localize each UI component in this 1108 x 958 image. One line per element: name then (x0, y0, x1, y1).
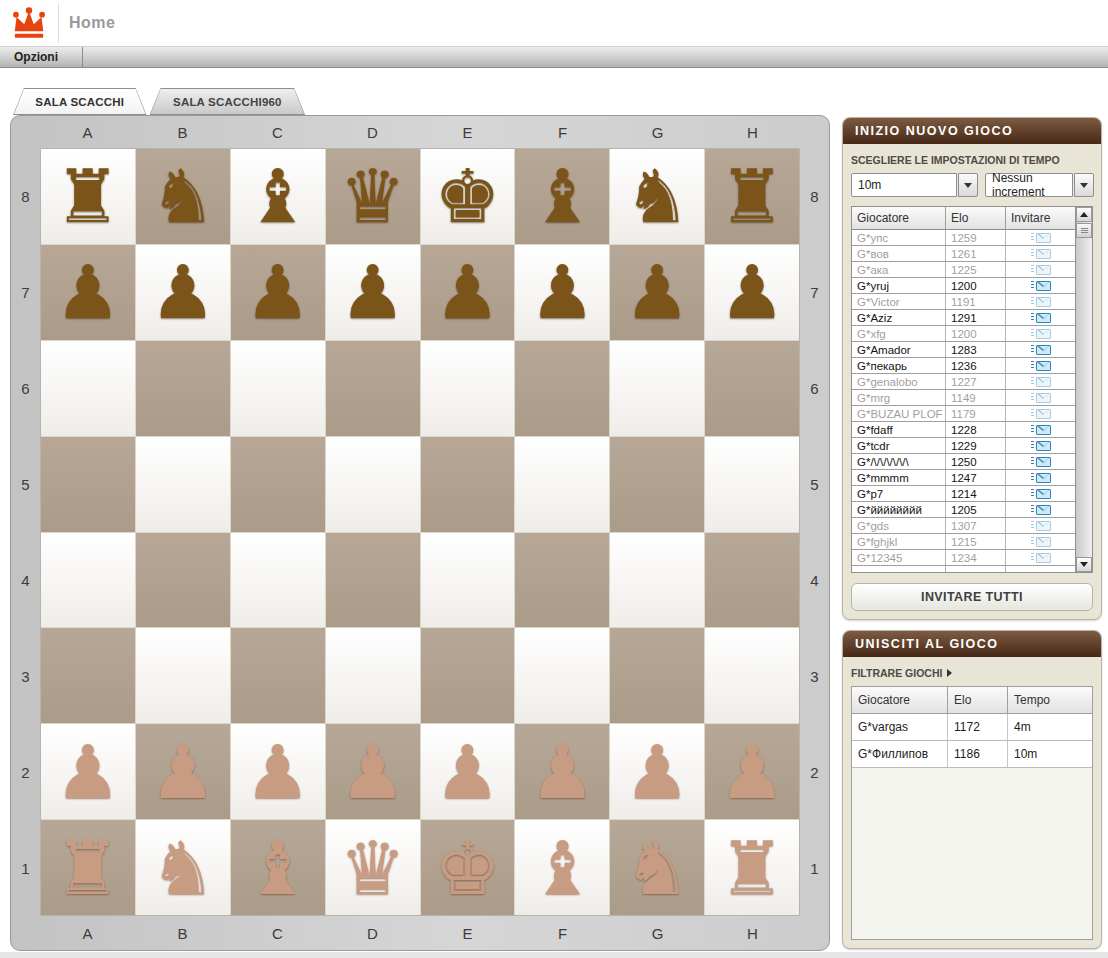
square-a2[interactable]: ♟ (41, 724, 135, 819)
piece-black-pawn: ♟ (624, 255, 690, 329)
scroll-up-button[interactable] (1076, 207, 1092, 222)
player-name: G*Victor (852, 294, 946, 309)
file-label-c: C (230, 124, 325, 141)
mail-lines-icon (1031, 473, 1034, 482)
envelope-icon (1036, 441, 1051, 451)
mail-lines-icon (1031, 377, 1034, 386)
chess-board-frame: ABCDEFGH 87654321 ♜♞♝♛♚♝♞♜♟♟♟♟♟♟♟♟♟♟♟♟♟♟… (10, 115, 830, 951)
invite-mail-icon[interactable] (1031, 473, 1051, 483)
player-elo: 1200 (946, 278, 1006, 293)
chess-board: ♜♞♝♛♚♝♞♜♟♟♟♟♟♟♟♟♟♟♟♟♟♟♟♟♜♞♝♛♚♝♞♜ (40, 148, 800, 916)
invite-mail-icon (1031, 297, 1051, 307)
piece-white-pawn: ♟ (55, 735, 121, 809)
new-game-panel: INIZIO NUOVO GIOCO SCEGLIERE LE IMPOSTAZ… (842, 117, 1102, 620)
piece-black-bishop: ♝ (529, 159, 595, 233)
square-f4[interactable] (515, 533, 609, 628)
player-elo: 1191 (946, 294, 1006, 309)
player-name: G*йййййййй (852, 502, 946, 517)
player-row[interactable]: G*xfg1200 (852, 326, 1092, 342)
square-d6[interactable] (326, 341, 420, 436)
player-elo: 1179 (946, 406, 1006, 421)
right-column: INIZIO NUOVO GIOCO SCEGLIERE LE IMPOSTAZ… (842, 117, 1102, 949)
square-g1[interactable]: ♞ (610, 820, 704, 915)
mail-lines-icon (1031, 441, 1034, 450)
player-invite-cell (1006, 246, 1076, 261)
player-invite-cell (1006, 278, 1076, 293)
player-elo: 1227 (946, 374, 1006, 389)
envelope-icon (1036, 281, 1051, 291)
mail-lines-icon (1031, 409, 1034, 418)
player-elo: 1229 (946, 438, 1006, 453)
piece-black-pawn: ♟ (245, 255, 311, 329)
square-f2[interactable]: ♟ (515, 724, 609, 819)
square-h4[interactable] (705, 533, 799, 628)
scroll-down-button[interactable] (1076, 557, 1092, 572)
player-row[interactable]: G*tcdr1229 (852, 438, 1092, 454)
player-name: G*mmmm (852, 470, 946, 485)
arrow-down-icon (1080, 562, 1088, 567)
square-f8[interactable]: ♝ (515, 149, 609, 244)
piece-white-knight: ♞ (624, 831, 690, 905)
piece-black-bishop: ♝ (245, 159, 311, 233)
square-b6[interactable] (136, 341, 230, 436)
mail-lines-icon (1031, 425, 1034, 434)
player-elo: 1225 (946, 262, 1006, 277)
invite-mail-icon[interactable] (1031, 313, 1051, 323)
piece-white-knight: ♞ (150, 831, 216, 905)
scroll-thumb[interactable] (1076, 223, 1092, 238)
player-elo: 1149 (946, 390, 1006, 405)
square-c6[interactable] (231, 341, 325, 436)
piece-black-rook: ♜ (719, 159, 785, 233)
invite-all-button[interactable]: INVITARE TUTTI (851, 583, 1093, 611)
players-listbox: GiocatoreEloInvitare G*упс1259G*вов1261G… (851, 206, 1093, 573)
game-host-name: G*vargas (852, 714, 948, 740)
game-tempo: 4m (1008, 714, 1092, 740)
mail-lines-icon (1031, 521, 1034, 530)
square-b2[interactable]: ♟ (136, 724, 230, 819)
mail-lines-icon (1031, 393, 1034, 402)
game-row[interactable]: G*Филлипов118610m (852, 741, 1092, 768)
envelope-icon (1036, 233, 1051, 243)
player-row[interactable]: G*gds1307 (852, 518, 1092, 534)
rank-labels-left: 87654321 (11, 148, 40, 916)
square-b5[interactable] (136, 437, 230, 532)
player-row[interactable]: G*genalobo1227 (852, 374, 1092, 390)
player-name: G*gds (852, 518, 946, 533)
file-label-e: E (420, 925, 515, 942)
mail-lines-icon (1031, 297, 1034, 306)
player-elo: 1291 (946, 310, 1006, 325)
player-row[interactable]: G*p71214 (852, 486, 1092, 502)
file-label-f: F (515, 925, 610, 942)
menu-separator (82, 47, 83, 67)
tab-sala-scacchi[interactable]: SALA SCACCHI (13, 88, 147, 115)
player-row[interactable]: G*пекарь1236 (852, 358, 1092, 374)
square-e4[interactable] (421, 533, 515, 628)
square-h1[interactable]: ♜ (705, 820, 799, 915)
player-elo: 1214 (946, 486, 1006, 501)
envelope-icon (1036, 265, 1051, 275)
rank-label-1: 1 (11, 860, 40, 877)
player-row[interactable] (852, 566, 1092, 572)
player-invite-cell (1006, 374, 1076, 389)
rank-label-5: 5 (11, 476, 40, 493)
file-label-d: D (325, 925, 420, 942)
player-invite-cell (1006, 230, 1076, 245)
mail-lines-icon (1031, 281, 1034, 290)
envelope-icon (1036, 425, 1051, 435)
mail-lines-icon (1031, 313, 1034, 322)
increment-select-arrow[interactable] (1074, 173, 1094, 197)
rank-label-3: 3 (11, 668, 40, 685)
invite-mail-icon (1031, 265, 1051, 275)
square-d4[interactable] (326, 533, 420, 628)
square-g4[interactable] (610, 533, 704, 628)
rank-label-6: 6 (11, 380, 40, 397)
join-game-panel: UNISCITI AL GIOCO FILTRARE GIOCHI Giocat… (842, 630, 1102, 949)
mail-lines-icon (1031, 265, 1034, 274)
envelope-icon (1036, 473, 1051, 483)
player-row[interactable]: G*fdaff1228 (852, 422, 1092, 438)
mail-lines-icon (1031, 249, 1034, 258)
square-h7[interactable]: ♟ (705, 245, 799, 340)
square-f6[interactable] (515, 341, 609, 436)
square-a1[interactable]: ♜ (41, 820, 135, 915)
piece-white-pawn: ♟ (339, 735, 405, 809)
arrow-up-icon (1080, 212, 1088, 217)
player-row[interactable]: G*123451234 (852, 550, 1092, 566)
square-d7[interactable]: ♟ (326, 245, 420, 340)
tab-label: SALA SCACCHI (14, 89, 146, 114)
piece-white-pawn: ♟ (434, 735, 500, 809)
time-selects: 10m Nessun increment (851, 173, 1093, 197)
chevron-down-icon (1080, 183, 1088, 188)
piece-white-king: ♚ (434, 831, 500, 905)
new-game-panel-body: SCEGLIERE LE IMPOSTAZIONI DI TEMPO 10m N… (843, 144, 1101, 619)
piece-white-bishop: ♝ (529, 831, 595, 905)
envelope-icon (1036, 457, 1051, 467)
file-label-b: B (135, 124, 230, 141)
square-e6[interactable] (421, 341, 515, 436)
player-elo: 1261 (946, 246, 1006, 261)
square-c7[interactable]: ♟ (231, 245, 325, 340)
players-header-elo: Elo (946, 207, 1006, 229)
player-row[interactable]: G*Aziz1291 (852, 310, 1092, 326)
menu-bar: Opzioni (0, 46, 1108, 68)
square-b4[interactable] (136, 533, 230, 628)
invite-mail-icon (1031, 329, 1051, 339)
thumb-grip-icon (1081, 228, 1088, 233)
piece-white-rook: ♜ (55, 831, 121, 905)
square-e8[interactable]: ♚ (421, 149, 515, 244)
player-name: G*xfg (852, 326, 946, 341)
player-name: G*/\/\/\/\/\/\ (852, 454, 946, 469)
player-invite-cell (1006, 454, 1076, 469)
piece-white-pawn: ♟ (529, 735, 595, 809)
rank-label-2: 2 (11, 764, 40, 781)
players-header-invitare: Invitare (1006, 207, 1077, 229)
invite-mail-icon[interactable] (1031, 425, 1051, 435)
player-invite-cell (1006, 358, 1076, 373)
square-f5[interactable] (515, 437, 609, 532)
rank-label-5: 5 (800, 476, 829, 493)
envelope-icon (1036, 377, 1051, 387)
player-invite-cell (1006, 518, 1076, 533)
square-a6[interactable] (41, 341, 135, 436)
player-row[interactable]: G*Amador1283 (852, 342, 1092, 358)
join-game-panel-title: UNISCITI AL GIOCO (843, 631, 1101, 657)
game-host-name: G*Филлипов (852, 741, 948, 767)
player-invite-cell (1006, 502, 1076, 517)
player-elo: 1234 (946, 550, 1006, 565)
player-name: G*Aziz (852, 310, 946, 325)
player-elo: 1247 (946, 470, 1006, 485)
rank-label-3: 3 (800, 668, 829, 685)
piece-black-knight: ♞ (150, 159, 216, 233)
chevron-down-icon (964, 183, 972, 188)
square-h2[interactable]: ♟ (705, 724, 799, 819)
game-row[interactable]: G*vargas11724m (852, 714, 1092, 741)
players-scrollbar[interactable] (1075, 207, 1092, 572)
player-row[interactable]: G*yruj1200 (852, 278, 1092, 294)
player-elo: 1307 (946, 518, 1006, 533)
square-b1[interactable]: ♞ (136, 820, 230, 915)
player-row[interactable]: G*йййййййй1205 (852, 502, 1092, 518)
square-f7[interactable]: ♟ (515, 245, 609, 340)
player-name: G*mrg (852, 390, 946, 405)
player-invite-cell (1006, 534, 1076, 549)
invite-mail-icon[interactable] (1031, 345, 1051, 355)
rank-label-6: 6 (800, 380, 829, 397)
envelope-icon (1036, 537, 1051, 547)
invite-mail-icon[interactable] (1031, 281, 1051, 291)
player-elo: 1200 (946, 326, 1006, 341)
file-label-g: G (610, 124, 705, 141)
top-bar: Home (0, 0, 1108, 46)
piece-black-queen: ♛ (339, 159, 405, 233)
player-name: G*BUZAU PLOF (852, 406, 946, 421)
games-table-rows: G*vargas11724mG*Филлипов118610m (852, 714, 1092, 768)
square-a4[interactable] (41, 533, 135, 628)
player-name: G*Amador (852, 342, 946, 357)
envelope-icon (1036, 329, 1051, 339)
player-invite-cell (1006, 486, 1076, 501)
player-row[interactable]: G*mrg1149 (852, 390, 1092, 406)
square-d3[interactable] (326, 628, 420, 723)
piece-white-rook: ♜ (719, 831, 785, 905)
player-row[interactable]: G*BUZAU PLOF1179 (852, 406, 1092, 422)
player-name: G*пекарь (852, 358, 946, 373)
piece-white-bishop: ♝ (245, 831, 311, 905)
mail-lines-icon (1031, 489, 1034, 498)
square-h3[interactable] (705, 628, 799, 723)
invite-mail-icon[interactable] (1031, 361, 1051, 371)
games-listbox: GiocatoreEloTempo G*vargas11724mG*Филлип… (851, 686, 1093, 940)
square-e5[interactable] (421, 437, 515, 532)
game-host-elo: 1172 (948, 714, 1008, 740)
player-invite-cell (1006, 470, 1076, 485)
player-name: G*вов (852, 246, 946, 261)
square-b3[interactable] (136, 628, 230, 723)
square-g8[interactable]: ♞ (610, 149, 704, 244)
invite-mail-icon[interactable] (1031, 457, 1051, 467)
square-a7[interactable]: ♟ (41, 245, 135, 340)
square-h5[interactable] (705, 437, 799, 532)
invite-mail-icon (1031, 249, 1051, 259)
time-settings-label: SCEGLIERE LE IMPOSTAZIONI DI TEMPO (851, 154, 1093, 166)
square-g2[interactable]: ♟ (610, 724, 704, 819)
piece-white-queen: ♛ (339, 831, 405, 905)
increment-select[interactable]: Nessun increment (985, 173, 1094, 197)
envelope-icon (1036, 393, 1051, 403)
menu-item-options[interactable]: Opzioni (0, 47, 72, 67)
square-g5[interactable] (610, 437, 704, 532)
game-tempo: 10m (1008, 741, 1092, 767)
square-d5[interactable] (326, 437, 420, 532)
square-c2[interactable]: ♟ (231, 724, 325, 819)
rank-label-8: 8 (11, 188, 40, 205)
game-host-elo: 1186 (948, 741, 1008, 767)
file-label-c: C (230, 925, 325, 942)
mail-lines-icon (1031, 505, 1034, 514)
square-b7[interactable]: ♟ (136, 245, 230, 340)
piece-white-pawn: ♟ (719, 735, 785, 809)
filter-games-label: FILTRARE GIOCHI (851, 667, 942, 679)
invite-mail-icon[interactable] (1031, 489, 1051, 499)
piece-black-pawn: ♟ (529, 255, 595, 329)
mail-lines-icon (1031, 537, 1034, 546)
player-name: G*tcdr (852, 438, 946, 453)
invite-mail-icon (1031, 553, 1051, 563)
mail-lines-icon (1031, 233, 1034, 242)
square-d8[interactable]: ♛ (326, 149, 420, 244)
square-b8[interactable]: ♞ (136, 149, 230, 244)
player-elo: 1236 (946, 358, 1006, 373)
envelope-icon (1036, 521, 1051, 531)
page: Home Opzioni SALA SCACCHISALA SCACCHI960… (0, 0, 1108, 958)
square-f3[interactable] (515, 628, 609, 723)
square-e3[interactable] (421, 628, 515, 723)
player-elo: 1283 (946, 342, 1006, 357)
player-invite-cell (1006, 310, 1076, 325)
player-name: G*p7 (852, 486, 946, 501)
mail-lines-icon (1031, 345, 1034, 354)
mail-lines-icon (1031, 457, 1034, 466)
player-row[interactable]: G*вов1261 (852, 246, 1092, 262)
square-c5[interactable] (231, 437, 325, 532)
file-labels-top: ABCDEFGH (40, 116, 800, 148)
square-f1[interactable]: ♝ (515, 820, 609, 915)
player-row[interactable]: G*Victor1191 (852, 294, 1092, 310)
games-header-tempo: Tempo (1008, 687, 1092, 713)
invite-mail-icon (1031, 393, 1051, 403)
file-label-a: A (40, 925, 135, 942)
file-labels-bottom: ABCDEFGH (40, 916, 800, 950)
player-invite-cell (1006, 422, 1076, 437)
square-h6[interactable] (705, 341, 799, 436)
invite-mail-icon[interactable] (1031, 441, 1051, 451)
rank-labels-right: 87654321 (800, 148, 829, 916)
square-d1[interactable]: ♛ (326, 820, 420, 915)
player-row[interactable]: G*fghjkl1215 (852, 534, 1092, 550)
piece-black-pawn: ♟ (150, 255, 216, 329)
filter-games-toggle[interactable]: FILTRARE GIOCHI (851, 667, 1093, 679)
square-a8[interactable]: ♜ (41, 149, 135, 244)
square-c3[interactable] (231, 628, 325, 723)
square-c4[interactable] (231, 533, 325, 628)
tab-label: SALA SCACCHI960 (151, 89, 305, 114)
square-c8[interactable]: ♝ (231, 149, 325, 244)
player-row[interactable]: G*ака1225 (852, 262, 1092, 278)
piece-black-pawn: ♟ (434, 255, 500, 329)
envelope-icon (1036, 361, 1051, 371)
file-label-a: A (40, 124, 135, 141)
new-game-panel-title: INIZIO NUOVO GIOCO (843, 118, 1101, 144)
square-e7[interactable]: ♟ (421, 245, 515, 340)
invite-mail-icon (1031, 233, 1051, 243)
invite-mail-icon[interactable] (1031, 505, 1051, 515)
rank-label-7: 7 (800, 284, 829, 301)
player-name: G*ака (852, 262, 946, 277)
time-select[interactable]: 10m (851, 173, 978, 197)
games-header-elo: Elo (948, 687, 1008, 713)
tab-sala-scacchi960[interactable]: SALA SCACCHI960 (150, 88, 306, 115)
envelope-icon (1036, 249, 1051, 259)
square-e1[interactable]: ♚ (421, 820, 515, 915)
player-row[interactable]: G*mmmm1247 (852, 470, 1092, 486)
piece-white-pawn: ♟ (245, 735, 311, 809)
piece-black-pawn: ♟ (55, 255, 121, 329)
player-elo: 1205 (946, 502, 1006, 517)
crown-logo-icon[interactable] (8, 3, 50, 43)
time-select-value[interactable]: 10m (851, 173, 957, 197)
player-row[interactable]: G*упс1259 (852, 230, 1092, 246)
player-name: G*упс (852, 230, 946, 245)
square-g3[interactable] (610, 628, 704, 723)
invite-mail-icon (1031, 521, 1051, 531)
square-e2[interactable]: ♟ (421, 724, 515, 819)
games-table-header: GiocatoreEloTempo (852, 687, 1092, 714)
square-a3[interactable] (41, 628, 135, 723)
join-game-panel-body: FILTRARE GIOCHI GiocatoreEloTempo G*varg… (843, 657, 1101, 948)
players-header-giocatore: Giocatore (852, 207, 946, 229)
rank-label-4: 4 (11, 572, 40, 589)
mail-lines-icon (1031, 361, 1034, 370)
file-label-e: E (420, 124, 515, 141)
time-select-arrow[interactable] (958, 173, 978, 197)
square-g7[interactable]: ♟ (610, 245, 704, 340)
player-invite-cell (1006, 566, 1076, 572)
players-table-header: GiocatoreEloInvitare (852, 207, 1092, 230)
player-elo (946, 566, 1006, 572)
player-invite-cell (1006, 326, 1076, 341)
envelope-icon (1036, 489, 1051, 499)
square-c1[interactable]: ♝ (231, 820, 325, 915)
increment-select-value[interactable]: Nessun increment (985, 173, 1073, 197)
square-h8[interactable]: ♜ (705, 149, 799, 244)
player-name: G*12345 (852, 550, 946, 565)
player-name (852, 566, 946, 572)
square-g6[interactable] (610, 341, 704, 436)
square-a5[interactable] (41, 437, 135, 532)
player-row[interactable]: G*/\/\/\/\/\/\1250 (852, 454, 1092, 470)
invite-mail-icon (1031, 377, 1051, 387)
square-d2[interactable]: ♟ (326, 724, 420, 819)
envelope-icon (1036, 409, 1051, 419)
envelope-icon (1036, 313, 1051, 323)
expand-arrow-icon (947, 669, 952, 677)
